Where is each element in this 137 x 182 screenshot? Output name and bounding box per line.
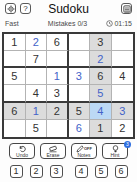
notes-off-state: OFF bbox=[84, 147, 92, 151]
help-button[interactable]: ? bbox=[20, 3, 31, 14]
cell-r6c4[interactable]: 6 bbox=[69, 120, 91, 137]
numpad-button-3[interactable]: 3 bbox=[50, 165, 63, 178]
cell-r1c3[interactable]: 6 bbox=[47, 34, 69, 51]
cell-r2c2[interactable]: 7 bbox=[26, 51, 48, 68]
status-bar: Fast Mistakes 0/3 01:15 bbox=[0, 17, 137, 30]
cell-r3c5[interactable]: 6 bbox=[90, 68, 112, 85]
notes-button[interactable]: OFF Notes bbox=[71, 143, 97, 159]
cell-r5c5[interactable]: 4 bbox=[90, 103, 112, 120]
cell-r2c1[interactable] bbox=[4, 51, 26, 68]
sudoku-board: 126372513644356125435612 bbox=[2, 32, 135, 139]
hint-label: Hint bbox=[111, 153, 120, 158]
cell-r5c3[interactable]: 2 bbox=[47, 103, 69, 120]
cell-r4c3[interactable]: 3 bbox=[47, 85, 69, 102]
cell-r3c2[interactable] bbox=[26, 68, 48, 85]
cell-r4c6[interactable] bbox=[112, 85, 134, 102]
cell-r5c2[interactable]: 1 bbox=[26, 103, 48, 120]
numpad-button-5[interactable]: 5 bbox=[95, 165, 108, 178]
cell-r4c1[interactable] bbox=[4, 85, 26, 102]
question-mark-icon: ? bbox=[23, 5, 27, 13]
cell-r6c3[interactable] bbox=[47, 120, 69, 137]
cell-r1c2[interactable]: 2 bbox=[26, 34, 48, 51]
numpad-button-2[interactable]: 2 bbox=[30, 165, 43, 178]
timer: 01:15 bbox=[96, 20, 132, 27]
erase-label: Erase bbox=[46, 153, 59, 158]
cell-r6c2[interactable]: 5 bbox=[26, 120, 48, 137]
cell-r3c6[interactable]: 4 bbox=[112, 68, 134, 85]
undo-button[interactable]: Undo bbox=[9, 143, 35, 159]
notes-label: Notes bbox=[77, 153, 90, 158]
cell-r6c6[interactable]: 2 bbox=[112, 120, 134, 137]
difficulty-label: Fast bbox=[5, 20, 39, 27]
numpad-button-4[interactable]: 4 bbox=[75, 165, 88, 178]
cell-r6c5[interactable]: 1 bbox=[90, 120, 112, 137]
undo-label: Undo bbox=[16, 153, 28, 158]
cell-r4c2[interactable]: 4 bbox=[26, 85, 48, 102]
clock-icon bbox=[106, 20, 113, 27]
cell-r3c3[interactable]: 1 bbox=[47, 68, 69, 85]
cell-r4c4[interactable] bbox=[69, 85, 91, 102]
cell-r2c6[interactable] bbox=[112, 51, 134, 68]
mistakes-counter: Mistakes 0/3 bbox=[39, 20, 96, 27]
cell-r2c3[interactable] bbox=[47, 51, 69, 68]
cell-r6c1[interactable] bbox=[4, 120, 26, 137]
numpad-button-1[interactable]: 1 bbox=[10, 165, 23, 178]
gear-icon bbox=[7, 5, 15, 13]
hint-count-badge: 3 bbox=[124, 141, 131, 148]
erase-button[interactable]: Erase bbox=[40, 143, 66, 159]
cell-r1c4[interactable] bbox=[69, 34, 91, 51]
timer-value: 01:15 bbox=[114, 20, 132, 27]
cell-r5c1[interactable]: 6 bbox=[4, 103, 26, 120]
cell-r1c1[interactable]: 1 bbox=[4, 34, 26, 51]
header-bar: Sudoku ? bbox=[0, 2, 137, 17]
cell-r1c6[interactable] bbox=[112, 34, 134, 51]
cell-r1c5[interactable]: 3 bbox=[90, 34, 112, 51]
cell-r3c4[interactable]: 3 bbox=[69, 68, 91, 85]
cell-r5c6[interactable]: 3 bbox=[112, 103, 134, 120]
settings-button[interactable] bbox=[5, 3, 16, 14]
menu-button[interactable] bbox=[121, 3, 132, 14]
hint-button[interactable]: Hint 3 bbox=[102, 143, 128, 159]
numpad-button-6[interactable]: 6 bbox=[115, 165, 128, 178]
cell-r2c5[interactable]: 2 bbox=[90, 51, 112, 68]
cell-r2c4[interactable] bbox=[69, 51, 91, 68]
number-pad: 1 2 3 4 5 6 bbox=[0, 165, 137, 178]
toolbar: Undo Erase OFF Notes Hint bbox=[0, 143, 137, 159]
cell-r4c5[interactable]: 5 bbox=[90, 85, 112, 102]
board-list-icon bbox=[123, 5, 131, 13]
cell-r5c4[interactable]: 5 bbox=[69, 103, 91, 120]
cell-r3c1[interactable]: 5 bbox=[4, 68, 26, 85]
